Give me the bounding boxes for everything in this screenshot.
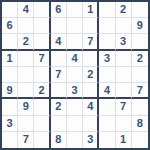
cell-r3c5[interactable] — [67, 34, 83, 50]
cell-r6c7[interactable]: 4 — [99, 83, 115, 99]
cell-r1c9[interactable] — [132, 2, 148, 18]
given-digit: 6 — [7, 20, 13, 31]
cell-r9c1[interactable] — [2, 132, 18, 148]
cell-r8c6[interactable] — [83, 116, 99, 132]
cell-r3c1[interactable] — [2, 34, 18, 50]
given-digit: 2 — [87, 69, 93, 80]
given-digit: 8 — [137, 118, 143, 129]
cell-r6c6[interactable] — [83, 83, 99, 99]
given-digit: 9 — [23, 101, 29, 112]
cell-r3c4[interactable]: 4 — [51, 34, 67, 50]
given-digit: 2 — [120, 4, 126, 15]
given-digit: 1 — [87, 4, 93, 15]
cell-r5c5[interactable] — [67, 67, 83, 83]
given-digit: 3 — [120, 36, 126, 47]
cell-r2c1[interactable]: 6 — [2, 18, 18, 34]
cell-r4c9[interactable]: 2 — [132, 51, 148, 67]
given-digit: 9 — [137, 20, 143, 31]
cell-r7c1[interactable] — [2, 99, 18, 115]
cell-r9c6[interactable]: 3 — [83, 132, 99, 148]
given-digit: 6 — [55, 4, 61, 15]
cell-r4c4[interactable] — [51, 51, 67, 67]
given-digit: 3 — [87, 134, 93, 145]
cell-r1c4[interactable]: 6 — [51, 2, 67, 18]
cell-r9c9[interactable] — [132, 132, 148, 148]
given-digit: 7 — [87, 36, 93, 47]
cell-r8c3[interactable] — [34, 116, 50, 132]
given-digit: 4 — [71, 53, 77, 64]
given-digit: 2 — [23, 36, 29, 47]
given-digit: 4 — [87, 101, 93, 112]
cell-r5c7[interactable] — [99, 67, 115, 83]
cell-r3c2[interactable]: 2 — [18, 34, 34, 50]
cell-r2c7[interactable] — [99, 18, 115, 34]
cell-r5c2[interactable] — [18, 67, 34, 83]
cell-r9c5[interactable] — [67, 132, 83, 148]
given-digit: 4 — [55, 36, 61, 47]
cell-r6c4[interactable] — [51, 83, 67, 99]
cell-r5c3[interactable] — [34, 67, 50, 83]
cell-r4c5[interactable]: 4 — [67, 51, 83, 67]
cell-r7c2[interactable]: 9 — [18, 99, 34, 115]
cell-r2c5[interactable] — [67, 18, 83, 34]
cell-r6c3[interactable]: 2 — [34, 83, 50, 99]
cell-r6c9[interactable]: 7 — [132, 83, 148, 99]
cell-r5c6[interactable]: 2 — [83, 67, 99, 83]
cell-r8c5[interactable] — [67, 116, 83, 132]
cell-r7c9[interactable] — [132, 99, 148, 115]
cell-r2c6[interactable] — [83, 18, 99, 34]
cell-r7c4[interactable]: 2 — [51, 99, 67, 115]
cell-r4c3[interactable]: 7 — [34, 51, 50, 67]
cell-r7c7[interactable] — [99, 99, 115, 115]
cell-r3c8[interactable]: 3 — [116, 34, 132, 50]
cell-r3c7[interactable] — [99, 34, 115, 50]
given-digit: 3 — [104, 53, 110, 64]
cell-r9c7[interactable] — [99, 132, 115, 148]
cell-r3c3[interactable] — [34, 34, 50, 50]
cell-r4c2[interactable] — [18, 51, 34, 67]
cell-r7c6[interactable]: 4 — [83, 99, 99, 115]
cell-r3c6[interactable]: 7 — [83, 34, 99, 50]
given-digit: 1 — [7, 53, 13, 64]
cell-r8c8[interactable] — [116, 116, 132, 132]
cell-r2c9[interactable]: 9 — [132, 18, 148, 34]
given-digit: 8 — [55, 134, 61, 145]
cell-r9c4[interactable]: 8 — [51, 132, 67, 148]
given-digit: 3 — [7, 118, 13, 129]
cell-r1c2[interactable]: 4 — [18, 2, 34, 18]
cell-r1c7[interactable] — [99, 2, 115, 18]
cell-r9c2[interactable]: 7 — [18, 132, 34, 148]
cell-r8c7[interactable] — [99, 116, 115, 132]
cell-r1c1[interactable] — [2, 2, 18, 18]
cell-r1c8[interactable]: 2 — [116, 2, 132, 18]
cell-r6c5[interactable]: 3 — [67, 83, 83, 99]
given-digit: 3 — [71, 85, 77, 96]
cell-r6c1[interactable]: 9 — [2, 83, 18, 99]
cell-r5c1[interactable] — [2, 67, 18, 83]
given-digit: 7 — [38, 53, 44, 64]
cell-r5c8[interactable] — [116, 67, 132, 83]
given-digit: 2 — [38, 85, 44, 96]
cell-r8c9[interactable]: 8 — [132, 116, 148, 132]
cell-r7c3[interactable] — [34, 99, 50, 115]
cell-r8c2[interactable] — [18, 116, 34, 132]
cell-r2c3[interactable] — [34, 18, 50, 34]
cell-r9c3[interactable] — [34, 132, 50, 148]
sudoku-board: 46126924731743272923479247387831 — [0, 0, 150, 150]
given-digit: 4 — [23, 4, 29, 15]
cell-r5c4[interactable]: 7 — [51, 67, 67, 83]
given-digit: 2 — [55, 101, 61, 112]
given-digit: 9 — [7, 85, 13, 96]
given-digit: 1 — [120, 134, 126, 145]
cell-r4c7[interactable]: 3 — [99, 51, 115, 67]
cell-r9c8[interactable]: 1 — [116, 132, 132, 148]
cell-r8c1[interactable]: 3 — [2, 116, 18, 132]
cell-r1c5[interactable] — [67, 2, 83, 18]
cell-r6c8[interactable] — [116, 83, 132, 99]
cell-r1c6[interactable]: 1 — [83, 2, 99, 18]
cell-r3c9[interactable] — [132, 34, 148, 50]
cell-r2c2[interactable] — [18, 18, 34, 34]
cell-r4c1[interactable]: 1 — [2, 51, 18, 67]
given-digit: 7 — [137, 85, 143, 96]
cell-r2c4[interactable] — [51, 18, 67, 34]
cell-r8c4[interactable] — [51, 116, 67, 132]
cell-r6c2[interactable] — [18, 83, 34, 99]
cell-r7c8[interactable]: 7 — [116, 99, 132, 115]
given-digit: 4 — [104, 85, 110, 96]
given-digit: 7 — [55, 69, 61, 80]
cell-r4c6[interactable] — [83, 51, 99, 67]
cell-r4c8[interactable] — [116, 51, 132, 67]
cell-r7c5[interactable] — [67, 99, 83, 115]
given-digit: 7 — [120, 101, 126, 112]
cell-r5c9[interactable] — [132, 67, 148, 83]
cell-r2c8[interactable] — [116, 18, 132, 34]
cell-r1c3[interactable] — [34, 2, 50, 18]
given-digit: 7 — [23, 134, 29, 145]
given-digit: 2 — [137, 53, 143, 64]
